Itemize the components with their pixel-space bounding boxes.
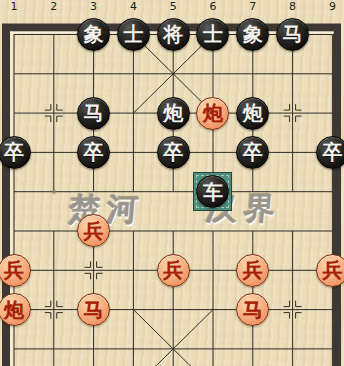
piece-black-soldier[interactable]: 卒: [0, 136, 31, 169]
piece-red-cannon[interactable]: 炮: [0, 293, 31, 326]
file-label-6: 6: [210, 1, 217, 13]
file-label-3: 3: [90, 1, 97, 13]
piece-black-advisor[interactable]: 士: [117, 18, 150, 51]
piece-red-horse[interactable]: 马: [77, 293, 110, 326]
piece-black-soldier[interactable]: 卒: [157, 136, 190, 169]
pieces-grid: 象士将士象马马炮炮炮卒卒卒卒卒车兵兵兵兵兵炮马马: [0, 15, 344, 366]
piece-red-soldier[interactable]: 兵: [0, 254, 31, 287]
piece-red-soldier[interactable]: 兵: [316, 254, 344, 287]
piece-black-cannon[interactable]: 炮: [236, 97, 269, 130]
piece-black-horse[interactable]: 马: [77, 97, 110, 130]
piece-black-soldier[interactable]: 卒: [236, 136, 269, 169]
file-label-2: 2: [50, 1, 57, 13]
file-label-8: 8: [289, 1, 296, 13]
file-label-4: 4: [130, 1, 137, 13]
file-label-9: 9: [329, 1, 336, 13]
file-label-7: 7: [249, 1, 256, 13]
piece-black-advisor[interactable]: 士: [196, 18, 229, 51]
piece-black-general[interactable]: 将: [157, 18, 190, 51]
piece-red-cannon[interactable]: 炮: [196, 97, 229, 130]
xiangqi-board: 123456789 楚河 汉界 象士将士象马马炮炮炮卒卒卒卒卒车兵兵兵兵兵炮马马: [0, 0, 344, 366]
piece-black-horse[interactable]: 马: [276, 18, 309, 51]
file-label-1: 1: [11, 1, 18, 13]
piece-black-soldier[interactable]: 卒: [316, 136, 344, 169]
piece-red-soldier[interactable]: 兵: [236, 254, 269, 287]
piece-black-cannon[interactable]: 炮: [157, 97, 190, 130]
piece-black-soldier[interactable]: 卒: [77, 136, 110, 169]
piece-red-soldier[interactable]: 兵: [157, 254, 190, 287]
piece-black-elephant[interactable]: 象: [236, 18, 269, 51]
file-label-5: 5: [170, 1, 177, 13]
piece-red-soldier[interactable]: 兵: [77, 214, 110, 247]
piece-red-horse[interactable]: 马: [236, 293, 269, 326]
piece-black-elephant[interactable]: 象: [77, 18, 110, 51]
